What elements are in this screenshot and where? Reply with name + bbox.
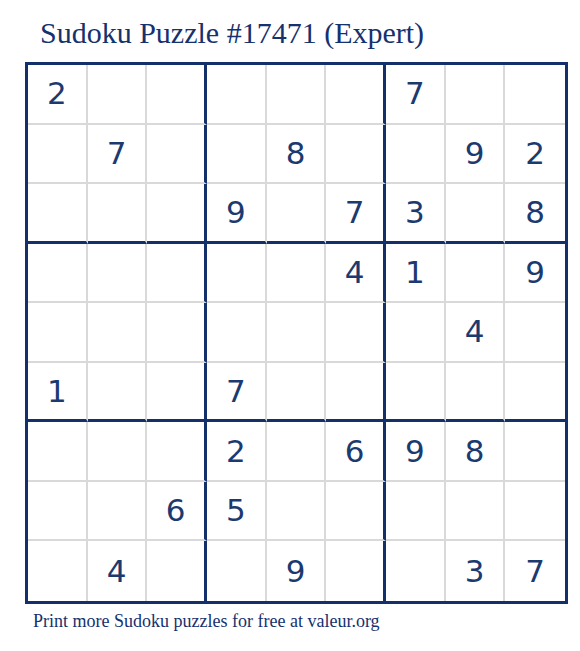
cell-r7c1[interactable] [28, 422, 88, 482]
cell-r7c3[interactable] [147, 422, 207, 482]
cell-r4c7[interactable]: 1 [386, 244, 446, 304]
cell-r9c2[interactable]: 4 [88, 541, 148, 601]
page-title: Sudoku Puzzle #17471 (Expert) [40, 16, 424, 50]
cell-r1c4[interactable] [207, 65, 267, 125]
cell-r2c5[interactable]: 8 [267, 125, 327, 185]
cell-r3c4[interactable]: 9 [207, 184, 267, 244]
cell-r1c1[interactable]: 2 [28, 65, 88, 125]
cell-r6c4[interactable]: 7 [207, 363, 267, 423]
cell-r9c4[interactable] [207, 541, 267, 601]
cell-r1c9[interactable] [505, 65, 565, 125]
cell-r9c8[interactable]: 3 [446, 541, 506, 601]
cell-r5c3[interactable] [147, 303, 207, 363]
cell-r2c6[interactable] [326, 125, 386, 185]
cell-r3c2[interactable] [88, 184, 148, 244]
cell-r5c8[interactable]: 4 [446, 303, 506, 363]
cell-r4c5[interactable] [267, 244, 327, 304]
cell-r5c7[interactable] [386, 303, 446, 363]
cell-r7c4[interactable]: 2 [207, 422, 267, 482]
cell-r9c3[interactable] [147, 541, 207, 601]
cell-r7c9[interactable] [505, 422, 565, 482]
cell-r8c2[interactable] [88, 482, 148, 542]
footer-text: Print more Sudoku puzzles for free at va… [33, 611, 380, 632]
cell-r8c9[interactable] [505, 482, 565, 542]
cell-r7c5[interactable] [267, 422, 327, 482]
cell-r1c6[interactable] [326, 65, 386, 125]
cell-r8c5[interactable] [267, 482, 327, 542]
cell-r3c3[interactable] [147, 184, 207, 244]
cell-r1c8[interactable] [446, 65, 506, 125]
cell-r4c3[interactable] [147, 244, 207, 304]
cell-r1c2[interactable] [88, 65, 148, 125]
cell-r5c2[interactable] [88, 303, 148, 363]
cell-r6c6[interactable] [326, 363, 386, 423]
cell-r6c8[interactable] [446, 363, 506, 423]
cell-r3c8[interactable] [446, 184, 506, 244]
cell-r4c4[interactable] [207, 244, 267, 304]
cell-r8c6[interactable] [326, 482, 386, 542]
cell-r4c2[interactable] [88, 244, 148, 304]
cell-r6c1[interactable]: 1 [28, 363, 88, 423]
cell-r2c7[interactable] [386, 125, 446, 185]
cell-r9c7[interactable] [386, 541, 446, 601]
cell-r5c1[interactable] [28, 303, 88, 363]
cell-r7c8[interactable]: 8 [446, 422, 506, 482]
cell-r1c3[interactable] [147, 65, 207, 125]
cell-r6c7[interactable] [386, 363, 446, 423]
sudoku-board: 27789297384194172698654937 [25, 62, 568, 604]
cell-r4c9[interactable]: 9 [505, 244, 565, 304]
cell-r3c9[interactable]: 8 [505, 184, 565, 244]
cell-r9c5[interactable]: 9 [267, 541, 327, 601]
cell-r8c1[interactable] [28, 482, 88, 542]
cell-r8c3[interactable]: 6 [147, 482, 207, 542]
cell-r6c5[interactable] [267, 363, 327, 423]
cell-r5c6[interactable] [326, 303, 386, 363]
cell-r2c8[interactable]: 9 [446, 125, 506, 185]
cell-r6c2[interactable] [88, 363, 148, 423]
cell-r7c7[interactable]: 9 [386, 422, 446, 482]
cell-r2c2[interactable]: 7 [88, 125, 148, 185]
cell-r5c4[interactable] [207, 303, 267, 363]
cell-r8c8[interactable] [446, 482, 506, 542]
cell-r6c3[interactable] [147, 363, 207, 423]
cell-r7c6[interactable]: 6 [326, 422, 386, 482]
cell-r9c9[interactable]: 7 [505, 541, 565, 601]
cell-r1c7[interactable]: 7 [386, 65, 446, 125]
cell-r2c3[interactable] [147, 125, 207, 185]
cell-r2c4[interactable] [207, 125, 267, 185]
cell-r2c1[interactable] [28, 125, 88, 185]
cell-r4c6[interactable]: 4 [326, 244, 386, 304]
cell-r2c9[interactable]: 2 [505, 125, 565, 185]
cell-r5c9[interactable] [505, 303, 565, 363]
cell-r7c2[interactable] [88, 422, 148, 482]
cell-r3c7[interactable]: 3 [386, 184, 446, 244]
cell-r8c7[interactable] [386, 482, 446, 542]
cell-r6c9[interactable] [505, 363, 565, 423]
cell-r9c1[interactable] [28, 541, 88, 601]
cell-r9c6[interactable] [326, 541, 386, 601]
cell-r3c6[interactable]: 7 [326, 184, 386, 244]
cell-r1c5[interactable] [267, 65, 327, 125]
cell-r4c8[interactable] [446, 244, 506, 304]
cell-r3c5[interactable] [267, 184, 327, 244]
cell-r5c5[interactable] [267, 303, 327, 363]
cell-r4c1[interactable] [28, 244, 88, 304]
page: Sudoku Puzzle #17471 (Expert) 2778929738… [0, 0, 580, 651]
cell-r8c4[interactable]: 5 [207, 482, 267, 542]
cell-r3c1[interactable] [28, 184, 88, 244]
